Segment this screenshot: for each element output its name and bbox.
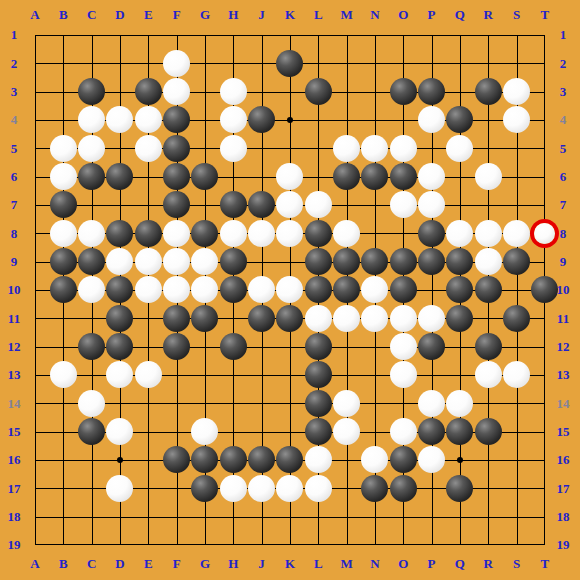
intersection-S7[interactable] <box>502 191 530 219</box>
intersection-D4[interactable] <box>106 106 134 134</box>
intersection-O17[interactable] <box>389 474 417 502</box>
intersection-F14[interactable] <box>162 389 190 417</box>
intersection-C7[interactable] <box>77 191 105 219</box>
intersection-N7[interactable] <box>361 191 389 219</box>
intersection-K10[interactable] <box>276 276 304 304</box>
intersection-O3[interactable] <box>389 77 417 105</box>
intersection-C3[interactable] <box>77 77 105 105</box>
intersection-P16[interactable] <box>417 446 445 474</box>
intersection-R4[interactable] <box>474 106 502 134</box>
intersection-S4[interactable] <box>502 106 530 134</box>
intersection-H9[interactable] <box>219 247 247 275</box>
intersection-L13[interactable] <box>304 361 332 389</box>
intersection-P3[interactable] <box>417 77 445 105</box>
intersection-E2[interactable] <box>134 49 162 77</box>
intersection-K4[interactable] <box>276 106 304 134</box>
intersection-Q5[interactable] <box>446 134 474 162</box>
intersection-P12[interactable] <box>417 332 445 360</box>
intersection-K12[interactable] <box>276 332 304 360</box>
intersection-B13[interactable] <box>49 361 77 389</box>
intersection-M2[interactable] <box>332 49 360 77</box>
intersection-E5[interactable] <box>134 134 162 162</box>
intersection-J7[interactable] <box>247 191 275 219</box>
intersection-Q17[interactable] <box>446 474 474 502</box>
intersection-F17[interactable] <box>162 474 190 502</box>
intersection-O9[interactable] <box>389 247 417 275</box>
intersection-K14[interactable] <box>276 389 304 417</box>
intersection-D11[interactable] <box>106 304 134 332</box>
intersection-E13[interactable] <box>134 361 162 389</box>
intersection-H15[interactable] <box>219 417 247 445</box>
intersection-C15[interactable] <box>77 417 105 445</box>
intersection-S12[interactable] <box>502 332 530 360</box>
intersection-O4[interactable] <box>389 106 417 134</box>
intersection-B2[interactable] <box>49 49 77 77</box>
intersection-S13[interactable] <box>502 361 530 389</box>
intersection-S16[interactable] <box>502 446 530 474</box>
intersection-J9[interactable] <box>247 247 275 275</box>
intersection-L17[interactable] <box>304 474 332 502</box>
intersection-G18[interactable] <box>191 502 219 530</box>
intersection-R6[interactable] <box>474 162 502 190</box>
intersection-B9[interactable] <box>49 247 77 275</box>
intersection-O6[interactable] <box>389 162 417 190</box>
intersection-M13[interactable] <box>332 361 360 389</box>
stone-white <box>390 418 417 445</box>
intersection-F5[interactable] <box>162 134 190 162</box>
intersection-D17[interactable] <box>106 474 134 502</box>
intersection-M18[interactable] <box>332 502 360 530</box>
intersection-K6[interactable] <box>276 162 304 190</box>
intersection-D8[interactable] <box>106 219 134 247</box>
intersection-M11[interactable] <box>332 304 360 332</box>
intersection-L9[interactable] <box>304 247 332 275</box>
intersection-H14[interactable] <box>219 389 247 417</box>
intersection-K8[interactable] <box>276 219 304 247</box>
intersection-R12[interactable] <box>474 332 502 360</box>
intersection-C2[interactable] <box>77 49 105 77</box>
intersection-L14[interactable] <box>304 389 332 417</box>
intersection-R8[interactable] <box>474 219 502 247</box>
intersection-O2[interactable] <box>389 49 417 77</box>
intersection-C5[interactable] <box>77 134 105 162</box>
intersection-E4[interactable] <box>134 106 162 134</box>
intersection-P5[interactable] <box>417 134 445 162</box>
intersection-D7[interactable] <box>106 191 134 219</box>
intersection-D18[interactable] <box>106 502 134 530</box>
intersection-B6[interactable] <box>49 162 77 190</box>
intersection-H2[interactable] <box>219 49 247 77</box>
intersection-N17[interactable] <box>361 474 389 502</box>
intersection-E12[interactable] <box>134 332 162 360</box>
intersection-B16[interactable] <box>49 446 77 474</box>
intersection-R9[interactable] <box>474 247 502 275</box>
intersection-B14[interactable] <box>49 389 77 417</box>
intersection-F10[interactable] <box>162 276 190 304</box>
intersection-G8[interactable] <box>191 219 219 247</box>
intersection-O8[interactable] <box>389 219 417 247</box>
intersection-J6[interactable] <box>247 162 275 190</box>
intersection-S9[interactable] <box>502 247 530 275</box>
intersection-K17[interactable] <box>276 474 304 502</box>
intersection-D5[interactable] <box>106 134 134 162</box>
intersection-M12[interactable] <box>332 332 360 360</box>
intersection-G10[interactable] <box>191 276 219 304</box>
row-labels-right: 12345678910111213141516171819 <box>550 21 576 559</box>
intersection-S2[interactable] <box>502 49 530 77</box>
intersection-P9[interactable] <box>417 247 445 275</box>
intersection-C13[interactable] <box>77 361 105 389</box>
intersection-Q18[interactable] <box>446 502 474 530</box>
intersection-H7[interactable] <box>219 191 247 219</box>
intersection-E14[interactable] <box>134 389 162 417</box>
intersection-H4[interactable] <box>219 106 247 134</box>
intersection-E7[interactable] <box>134 191 162 219</box>
intersection-L16[interactable] <box>304 446 332 474</box>
intersection-C16[interactable] <box>77 446 105 474</box>
intersection-B11[interactable] <box>49 304 77 332</box>
intersection-B4[interactable] <box>49 106 77 134</box>
intersection-D15[interactable] <box>106 417 134 445</box>
intersection-N16[interactable] <box>361 446 389 474</box>
intersection-P6[interactable] <box>417 162 445 190</box>
intersection-E18[interactable] <box>134 502 162 530</box>
intersection-R3[interactable] <box>474 77 502 105</box>
intersection-R18[interactable] <box>474 502 502 530</box>
intersection-M3[interactable] <box>332 77 360 105</box>
intersection-S3[interactable] <box>502 77 530 105</box>
intersection-H13[interactable] <box>219 361 247 389</box>
intersection-G17[interactable] <box>191 474 219 502</box>
intersection-M14[interactable] <box>332 389 360 417</box>
intersection-H6[interactable] <box>219 162 247 190</box>
intersection-J4[interactable] <box>247 106 275 134</box>
intersection-N10[interactable] <box>361 276 389 304</box>
intersection-R17[interactable] <box>474 474 502 502</box>
intersection-C10[interactable] <box>77 276 105 304</box>
intersection-G12[interactable] <box>191 332 219 360</box>
intersection-D2[interactable] <box>106 49 134 77</box>
intersection-K13[interactable] <box>276 361 304 389</box>
intersection-S15[interactable] <box>502 417 530 445</box>
intersection-P15[interactable] <box>417 417 445 445</box>
intersection-N3[interactable] <box>361 77 389 105</box>
intersection-F6[interactable] <box>162 162 190 190</box>
intersection-G6[interactable] <box>191 162 219 190</box>
intersection-F18[interactable] <box>162 502 190 530</box>
intersection-K18[interactable] <box>276 502 304 530</box>
stone-black <box>305 361 332 388</box>
intersection-E15[interactable] <box>134 417 162 445</box>
intersection-Q13[interactable] <box>446 361 474 389</box>
intersection-N9[interactable] <box>361 247 389 275</box>
stone-black <box>163 191 190 218</box>
intersection-F9[interactable] <box>162 247 190 275</box>
intersection-D13[interactable] <box>106 361 134 389</box>
intersection-K5[interactable] <box>276 134 304 162</box>
intersection-J5[interactable] <box>247 134 275 162</box>
intersection-H17[interactable] <box>219 474 247 502</box>
intersection-B10[interactable] <box>49 276 77 304</box>
intersection-J15[interactable] <box>247 417 275 445</box>
intersection-P8[interactable] <box>417 219 445 247</box>
intersection-G13[interactable] <box>191 361 219 389</box>
intersection-D16[interactable] <box>106 446 134 474</box>
intersection-C18[interactable] <box>77 502 105 530</box>
intersection-G14[interactable] <box>191 389 219 417</box>
intersection-K7[interactable] <box>276 191 304 219</box>
intersection-J3[interactable] <box>247 77 275 105</box>
intersection-C11[interactable] <box>77 304 105 332</box>
intersection-S11[interactable] <box>502 304 530 332</box>
intersection-P4[interactable] <box>417 106 445 134</box>
intersection-S5[interactable] <box>502 134 530 162</box>
intersection-L5[interactable] <box>304 134 332 162</box>
intersection-O12[interactable] <box>389 332 417 360</box>
intersection-D6[interactable] <box>106 162 134 190</box>
intersection-H11[interactable] <box>219 304 247 332</box>
intersection-L8[interactable] <box>304 219 332 247</box>
intersection-L7[interactable] <box>304 191 332 219</box>
intersection-F15[interactable] <box>162 417 190 445</box>
intersection-L3[interactable] <box>304 77 332 105</box>
intersection-R10[interactable] <box>474 276 502 304</box>
intersection-P11[interactable] <box>417 304 445 332</box>
intersection-F3[interactable] <box>162 77 190 105</box>
intersection-E16[interactable] <box>134 446 162 474</box>
intersection-P17[interactable] <box>417 474 445 502</box>
intersection-F12[interactable] <box>162 332 190 360</box>
intersection-B3[interactable] <box>49 77 77 105</box>
intersection-L2[interactable] <box>304 49 332 77</box>
intersection-J8[interactable] <box>247 219 275 247</box>
intersection-G15[interactable] <box>191 417 219 445</box>
intersection-B15[interactable] <box>49 417 77 445</box>
intersection-P7[interactable] <box>417 191 445 219</box>
intersection-E17[interactable] <box>134 474 162 502</box>
intersection-R14[interactable] <box>474 389 502 417</box>
intersection-S17[interactable] <box>502 474 530 502</box>
intersection-N6[interactable] <box>361 162 389 190</box>
intersection-Q3[interactable] <box>446 77 474 105</box>
intersection-O14[interactable] <box>389 389 417 417</box>
intersection-M17[interactable] <box>332 474 360 502</box>
intersection-Q9[interactable] <box>446 247 474 275</box>
intersection-N12[interactable] <box>361 332 389 360</box>
intersection-M6[interactable] <box>332 162 360 190</box>
intersection-C6[interactable] <box>77 162 105 190</box>
label-top-K: K <box>276 1 304 27</box>
intersection-P14[interactable] <box>417 389 445 417</box>
intersection-N15[interactable] <box>361 417 389 445</box>
intersection-G2[interactable] <box>191 49 219 77</box>
intersection-F4[interactable] <box>162 106 190 134</box>
intersection-C4[interactable] <box>77 106 105 134</box>
intersection-R13[interactable] <box>474 361 502 389</box>
intersection-F11[interactable] <box>162 304 190 332</box>
intersection-L4[interactable] <box>304 106 332 134</box>
intersection-Q7[interactable] <box>446 191 474 219</box>
intersection-Q2[interactable] <box>446 49 474 77</box>
stone-black <box>191 305 218 332</box>
intersection-F8[interactable] <box>162 219 190 247</box>
intersection-F16[interactable] <box>162 446 190 474</box>
intersection-L18[interactable] <box>304 502 332 530</box>
intersection-M9[interactable] <box>332 247 360 275</box>
intersection-N14[interactable] <box>361 389 389 417</box>
intersection-F13[interactable] <box>162 361 190 389</box>
intersection-C12[interactable] <box>77 332 105 360</box>
intersection-G7[interactable] <box>191 191 219 219</box>
intersection-C8[interactable] <box>77 219 105 247</box>
intersection-N11[interactable] <box>361 304 389 332</box>
intersection-P18[interactable] <box>417 502 445 530</box>
label-bottom-S: S <box>502 550 530 576</box>
intersection-R11[interactable] <box>474 304 502 332</box>
intersection-O10[interactable] <box>389 276 417 304</box>
intersection-J2[interactable] <box>247 49 275 77</box>
intersection-G3[interactable] <box>191 77 219 105</box>
intersection-J17[interactable] <box>247 474 275 502</box>
intersection-S8[interactable] <box>502 219 530 247</box>
intersection-K16[interactable] <box>276 446 304 474</box>
intersection-D9[interactable] <box>106 247 134 275</box>
intersection-R16[interactable] <box>474 446 502 474</box>
intersection-E6[interactable] <box>134 162 162 190</box>
intersection-G11[interactable] <box>191 304 219 332</box>
intersection-H5[interactable] <box>219 134 247 162</box>
intersection-D10[interactable] <box>106 276 134 304</box>
intersection-J18[interactable] <box>247 502 275 530</box>
intersection-H16[interactable] <box>219 446 247 474</box>
intersection-R7[interactable] <box>474 191 502 219</box>
intersection-M16[interactable] <box>332 446 360 474</box>
stone-black <box>78 418 105 445</box>
intersection-N18[interactable] <box>361 502 389 530</box>
intersection-E8[interactable] <box>134 219 162 247</box>
intersection-K11[interactable] <box>276 304 304 332</box>
intersection-L11[interactable] <box>304 304 332 332</box>
intersection-L15[interactable] <box>304 417 332 445</box>
intersection-L6[interactable] <box>304 162 332 190</box>
intersection-N2[interactable] <box>361 49 389 77</box>
intersection-B18[interactable] <box>49 502 77 530</box>
intersection-M7[interactable] <box>332 191 360 219</box>
intersection-Q14[interactable] <box>446 389 474 417</box>
intersection-O13[interactable] <box>389 361 417 389</box>
intersection-Q12[interactable] <box>446 332 474 360</box>
intersection-Q6[interactable] <box>446 162 474 190</box>
intersection-J13[interactable] <box>247 361 275 389</box>
intersection-K3[interactable] <box>276 77 304 105</box>
intersection-B12[interactable] <box>49 332 77 360</box>
intersection-O7[interactable] <box>389 191 417 219</box>
intersection-Q4[interactable] <box>446 106 474 134</box>
intersection-Q8[interactable] <box>446 219 474 247</box>
intersection-D3[interactable] <box>106 77 134 105</box>
intersection-N5[interactable] <box>361 134 389 162</box>
intersection-R15[interactable] <box>474 417 502 445</box>
intersection-E11[interactable] <box>134 304 162 332</box>
intersection-F2[interactable] <box>162 49 190 77</box>
intersection-O15[interactable] <box>389 417 417 445</box>
intersection-O16[interactable] <box>389 446 417 474</box>
intersection-L12[interactable] <box>304 332 332 360</box>
intersection-Q15[interactable] <box>446 417 474 445</box>
stone-black <box>418 418 445 445</box>
intersection-D12[interactable] <box>106 332 134 360</box>
intersection-N13[interactable] <box>361 361 389 389</box>
intersection-H10[interactable] <box>219 276 247 304</box>
intersection-S18[interactable] <box>502 502 530 530</box>
intersection-M8[interactable] <box>332 219 360 247</box>
intersection-G5[interactable] <box>191 134 219 162</box>
intersection-P10[interactable] <box>417 276 445 304</box>
intersection-P13[interactable] <box>417 361 445 389</box>
intersection-J14[interactable] <box>247 389 275 417</box>
stone-white <box>475 361 502 388</box>
intersection-K2[interactable] <box>276 49 304 77</box>
intersection-C9[interactable] <box>77 247 105 275</box>
intersection-C14[interactable] <box>77 389 105 417</box>
intersection-H3[interactable] <box>219 77 247 105</box>
intersection-O11[interactable] <box>389 304 417 332</box>
intersection-H18[interactable] <box>219 502 247 530</box>
intersection-Q10[interactable] <box>446 276 474 304</box>
intersection-S10[interactable] <box>502 276 530 304</box>
intersection-O5[interactable] <box>389 134 417 162</box>
stone-white <box>78 135 105 162</box>
intersection-E3[interactable] <box>134 77 162 105</box>
intersection-O18[interactable] <box>389 502 417 530</box>
intersection-S14[interactable] <box>502 389 530 417</box>
intersection-K9[interactable] <box>276 247 304 275</box>
intersection-B7[interactable] <box>49 191 77 219</box>
intersection-F7[interactable] <box>162 191 190 219</box>
intersection-E9[interactable] <box>134 247 162 275</box>
intersection-D14[interactable] <box>106 389 134 417</box>
intersection-G9[interactable] <box>191 247 219 275</box>
intersection-H12[interactable] <box>219 332 247 360</box>
intersection-B8[interactable] <box>49 219 77 247</box>
intersection-G4[interactable] <box>191 106 219 134</box>
intersection-M4[interactable] <box>332 106 360 134</box>
intersection-J10[interactable] <box>247 276 275 304</box>
intersection-S6[interactable] <box>502 162 530 190</box>
intersection-J16[interactable] <box>247 446 275 474</box>
intersection-K15[interactable] <box>276 417 304 445</box>
intersection-R5[interactable] <box>474 134 502 162</box>
intersection-N8[interactable] <box>361 219 389 247</box>
intersection-B17[interactable] <box>49 474 77 502</box>
intersection-E10[interactable] <box>134 276 162 304</box>
intersection-J11[interactable] <box>247 304 275 332</box>
intersection-C17[interactable] <box>77 474 105 502</box>
intersection-G16[interactable] <box>191 446 219 474</box>
intersection-J12[interactable] <box>247 332 275 360</box>
intersection-M15[interactable] <box>332 417 360 445</box>
intersection-L10[interactable] <box>304 276 332 304</box>
intersection-M5[interactable] <box>332 134 360 162</box>
intersection-Q11[interactable] <box>446 304 474 332</box>
intersection-P2[interactable] <box>417 49 445 77</box>
intersection-H8[interactable] <box>219 219 247 247</box>
intersection-N4[interactable] <box>361 106 389 134</box>
intersection-M10[interactable] <box>332 276 360 304</box>
intersection-B5[interactable] <box>49 134 77 162</box>
intersection-R2[interactable] <box>474 49 502 77</box>
intersection-Q16[interactable] <box>446 446 474 474</box>
